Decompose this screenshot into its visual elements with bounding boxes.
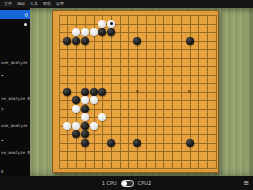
black-stone-D10 bbox=[81, 88, 89, 96]
console-line: • bbox=[1, 139, 3, 143]
toggle-knob-icon bbox=[122, 181, 127, 186]
menu-item-0[interactable]: 文件 bbox=[4, 2, 12, 6]
hoshi-point-icon bbox=[136, 90, 139, 93]
grid-line bbox=[172, 15, 173, 169]
hoshi-point-icon bbox=[188, 90, 191, 93]
black-stone-G4 bbox=[107, 139, 115, 147]
last-move-marker-icon bbox=[110, 22, 113, 25]
black-stone-D8 bbox=[81, 105, 89, 113]
grid-line bbox=[59, 160, 217, 161]
menu-item-3[interactable]: 帮助 bbox=[43, 2, 51, 6]
hamburger-menu-icon[interactable]: ≡ bbox=[243, 180, 249, 187]
white-stone-C8 bbox=[72, 105, 80, 113]
console-line: ve_analyze B bbox=[1, 151, 30, 155]
black-stone-B16 bbox=[63, 37, 71, 45]
black-stone-D4 bbox=[81, 139, 89, 147]
black-stone-F17 bbox=[98, 28, 106, 36]
white-stone-D9 bbox=[81, 96, 89, 104]
app-window: 文件编辑工具帮助设置 ove_analyze W•ve_analyze B7ov… bbox=[0, 0, 253, 190]
console-line: ove_analyze w bbox=[1, 124, 30, 128]
cpu-toggle[interactable] bbox=[121, 180, 134, 187]
go-board[interactable] bbox=[52, 10, 219, 173]
white-stone-B6 bbox=[63, 122, 71, 130]
grid-line bbox=[146, 15, 147, 169]
black-stone-K16 bbox=[133, 37, 141, 45]
white-stone-F18 bbox=[98, 20, 106, 28]
console-sidebar[interactable]: ove_analyze W•ve_analyze B7ove_analyze w… bbox=[0, 8, 30, 176]
console-line: 7 bbox=[1, 108, 3, 112]
black-stone-K4 bbox=[133, 139, 141, 147]
black-stone-Q4 bbox=[186, 139, 194, 147]
console-line: ve_analyze B bbox=[1, 97, 30, 101]
status-dot-icon bbox=[24, 23, 27, 26]
cpu2-label: CPU2 bbox=[138, 180, 151, 186]
menu-item-1[interactable]: 编辑 bbox=[17, 2, 25, 6]
console-line: 8 bbox=[1, 170, 3, 174]
menu-bar: 文件编辑工具帮助设置 bbox=[0, 0, 253, 8]
grid-line bbox=[181, 15, 182, 169]
black-stone-D5 bbox=[81, 130, 89, 138]
black-stone-C5 bbox=[72, 130, 80, 138]
black-stone-D6 bbox=[81, 122, 89, 130]
white-stone-F7 bbox=[98, 113, 106, 121]
cpu1-label: 1 CPU bbox=[102, 180, 117, 186]
bottom-toolbar: 1 CPU CPU2 ≡ bbox=[0, 176, 253, 190]
gtp-console-log: ove_analyze W•ve_analyze B7ove_analyze w… bbox=[0, 8, 30, 176]
selected-move-value: 0 bbox=[25, 12, 28, 18]
grid-line bbox=[155, 15, 156, 169]
black-stone-F10 bbox=[98, 88, 106, 96]
black-stone-Q16 bbox=[186, 37, 194, 45]
selected-move-row[interactable]: 0 bbox=[0, 10, 30, 19]
black-stone-E10 bbox=[90, 88, 98, 96]
black-stone-C16 bbox=[72, 37, 80, 45]
console-line: ove_analyze W bbox=[1, 61, 30, 65]
menu-item-2[interactable]: 工具 bbox=[30, 2, 38, 6]
grid-line bbox=[59, 168, 217, 169]
white-stone-E17 bbox=[90, 28, 98, 36]
black-stone-G17 bbox=[107, 28, 115, 36]
console-line: • bbox=[1, 74, 3, 78]
black-stone-D16 bbox=[81, 37, 89, 45]
white-stone-G18 bbox=[107, 20, 115, 28]
black-stone-B10 bbox=[63, 88, 71, 96]
white-stone-C6 bbox=[72, 122, 80, 130]
grid-line bbox=[163, 15, 164, 169]
white-stone-D7 bbox=[81, 113, 89, 121]
grid-line bbox=[216, 15, 217, 169]
grid-line bbox=[198, 15, 199, 169]
white-stone-E6 bbox=[90, 122, 98, 130]
menu-item-4[interactable]: 设置 bbox=[56, 2, 64, 6]
white-stone-C17 bbox=[72, 28, 80, 36]
white-stone-D17 bbox=[81, 28, 89, 36]
board-background bbox=[30, 8, 253, 176]
grid-line bbox=[59, 151, 217, 152]
white-stone-E9 bbox=[90, 96, 98, 104]
grid-line bbox=[207, 15, 208, 169]
black-stone-C9 bbox=[72, 96, 80, 104]
